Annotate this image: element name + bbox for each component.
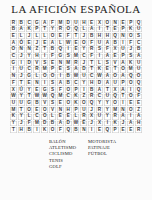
grid-cell[interactable]: E (57, 100, 64, 106)
grid-cell[interactable]: M (57, 94, 64, 100)
grid-cell[interactable]: B (65, 80, 72, 86)
grid-cell[interactable]: Y (96, 100, 103, 106)
grid-cell[interactable]: W (41, 94, 48, 100)
grid-cell[interactable]: G (57, 54, 64, 60)
grid-cell[interactable]: P (112, 127, 119, 133)
grid-cell[interactable]: M (57, 20, 64, 26)
grid-cell[interactable]: F (65, 33, 72, 39)
grid-cell[interactable]: L (41, 33, 48, 39)
grid-cell[interactable]: S (65, 67, 72, 73)
grid-cell[interactable]: E (26, 80, 33, 86)
grid-cell[interactable]: B (49, 47, 56, 53)
grid-cell[interactable]: X (96, 20, 103, 26)
grid-cell[interactable]: N (18, 47, 25, 53)
grid-cell[interactable]: R (88, 47, 95, 53)
grid-cell[interactable]: R (88, 94, 95, 100)
grid-cell[interactable]: E (73, 47, 80, 53)
grid-cell[interactable]: E (49, 60, 56, 66)
grid-cell[interactable]: O (104, 20, 111, 26)
grid-cell[interactable]: N (57, 60, 64, 66)
grid-cell[interactable]: Q (65, 127, 72, 133)
grid-cell[interactable]: W (73, 121, 80, 127)
grid-cell[interactable]: C (33, 114, 40, 120)
grid-cell[interactable]: L (33, 74, 40, 80)
grid-cell[interactable]: F (135, 94, 142, 100)
grid-cell[interactable]: U (112, 80, 119, 86)
grid-cell[interactable]: K (41, 127, 48, 133)
grid-cell[interactable]: A (57, 121, 64, 127)
grid-cell[interactable]: S (127, 54, 134, 60)
word-list-left: BALÓNATLETISMOCICLISMOTENISGOLF (49, 139, 76, 170)
grid-cell[interactable]: J (18, 121, 25, 127)
grid-cell[interactable]: B (49, 121, 56, 127)
grid-cell[interactable]: O (127, 107, 134, 113)
word-search-page: LA AFICIÓN ESPAÑOLA RBCGAFMDUHEXONEPQBAK… (0, 0, 152, 200)
grid-cell[interactable]: T (10, 127, 17, 133)
word-list-item: GOLF (49, 164, 76, 170)
grid-cell[interactable]: V (49, 107, 56, 113)
grid-cell[interactable]: G (10, 60, 17, 66)
grid-cell[interactable]: T (112, 67, 119, 73)
grid-cell[interactable]: T (18, 80, 25, 86)
grid-cell[interactable]: I (120, 100, 127, 106)
grid-cell[interactable]: A (41, 20, 48, 26)
grid-cell[interactable]: A (127, 121, 134, 127)
grid-cell[interactable]: I (57, 74, 64, 80)
grid-cell[interactable]: I (18, 60, 25, 66)
grid-cell[interactable]: K (127, 60, 134, 66)
grid-cell[interactable]: P (73, 107, 80, 113)
grid-cell[interactable]: C (96, 94, 103, 100)
grid-cell[interactable]: E (41, 40, 48, 46)
grid-cell[interactable]: Q (135, 20, 142, 26)
grid-cell[interactable]: E (65, 114, 72, 120)
grid-cell[interactable]: T (120, 94, 127, 100)
grid-cell[interactable]: G (33, 20, 40, 26)
grid-cell[interactable]: Z (135, 107, 142, 113)
grid-cell[interactable]: O (65, 87, 72, 93)
grid-cell[interactable]: Z (33, 47, 40, 53)
grid-cell[interactable]: B (65, 74, 72, 80)
grid-cell[interactable]: O (112, 100, 119, 106)
grid-cell[interactable]: K (73, 100, 80, 106)
grid-cell[interactable]: B (26, 127, 33, 133)
grid-cell[interactable]: E (88, 20, 95, 26)
grid-cell[interactable]: N (33, 80, 40, 86)
grid-cell[interactable]: S (49, 100, 56, 106)
grid-cell[interactable]: U (73, 20, 80, 26)
grid-cell[interactable]: O (49, 127, 56, 133)
grid-cell[interactable]: E (73, 40, 80, 46)
grid-cell[interactable]: S (65, 54, 72, 60)
grid-cell[interactable]: B (10, 27, 17, 33)
grid-cell[interactable]: T (41, 47, 48, 53)
grid-cell[interactable]: U (96, 40, 103, 46)
grid-cell[interactable]: T (26, 94, 33, 100)
grid-cell[interactable]: E (127, 100, 134, 106)
grid-cell[interactable]: U (120, 47, 127, 53)
grid-cell[interactable]: W (65, 40, 72, 46)
grid-cell[interactable]: A (49, 40, 56, 46)
grid-cell[interactable]: I (120, 40, 127, 46)
grid-cell[interactable]: R (10, 20, 17, 26)
grid-cell[interactable]: Ó (18, 40, 25, 46)
grid-cell[interactable]: W (10, 94, 17, 100)
word-list-item: CICLISMO (49, 151, 76, 157)
grid-cell[interactable]: E (120, 20, 127, 26)
grid-cell[interactable]: B (88, 33, 95, 39)
grid-cell[interactable]: Y (18, 114, 25, 120)
grid-cell[interactable]: A (104, 74, 111, 80)
grid-cell[interactable]: X (112, 47, 119, 53)
grid-cell[interactable]: R (96, 107, 103, 113)
grid-cell[interactable]: J (26, 33, 33, 39)
grid-cell[interactable]: F (88, 40, 95, 46)
grid-cell[interactable]: N (112, 20, 119, 26)
grid-cell[interactable]: M (33, 121, 40, 127)
grid-cell[interactable]: U (18, 100, 25, 106)
puzzle-title: LA AFICIÓN ESPAÑOLA (0, 3, 152, 15)
grid-cell[interactable]: Q (112, 94, 119, 100)
grid-cell[interactable]: B (112, 40, 119, 46)
grid-cell[interactable]: H (88, 80, 95, 86)
grid-cell[interactable]: F (104, 47, 111, 53)
grid-cell[interactable]: F (57, 127, 64, 133)
grid-cell[interactable]: F (26, 121, 33, 127)
grid-cell[interactable]: A (135, 114, 142, 120)
grid-cell[interactable]: B (135, 47, 142, 53)
grid-cell[interactable]: T (88, 67, 95, 73)
grid-cell[interactable]: C (88, 74, 95, 80)
grid-cell[interactable]: K (112, 121, 119, 127)
grid-cell[interactable]: H (65, 107, 72, 113)
grid-cell[interactable]: N (120, 107, 127, 113)
grid-cell[interactable]: J (80, 33, 87, 39)
grid-cell[interactable]: Q (112, 33, 119, 39)
grid-cell[interactable]: E (57, 114, 64, 120)
grid-cell[interactable]: Q (135, 87, 142, 93)
word-search-grid: RBCGAFMDUHEXONEPQBAKPTYROQLAITEPKUELJLLO… (10, 20, 142, 133)
grid-cell[interactable]: Y (49, 27, 56, 33)
grid-cell[interactable]: J (18, 54, 25, 60)
grid-cell[interactable]: A (96, 87, 103, 93)
grid-cell[interactable]: E (96, 127, 103, 133)
grid-cell[interactable]: W (33, 94, 40, 100)
grid-cell[interactable]: F (10, 80, 17, 86)
grid-cell[interactable]: A (73, 67, 80, 73)
grid-cell[interactable]: T (88, 60, 95, 66)
grid-cell[interactable]: Y (104, 114, 111, 120)
grid-cell[interactable]: L (18, 33, 25, 39)
grid-cell[interactable]: V (41, 100, 48, 106)
grid-cell[interactable]: Q (135, 80, 142, 86)
grid-cell[interactable]: I (96, 27, 103, 33)
grid-cell[interactable]: Y (104, 100, 111, 106)
grid-cell[interactable]: O (127, 80, 134, 86)
grid-cell[interactable]: N (10, 74, 17, 80)
grid-cell[interactable]: Z (80, 94, 87, 100)
grid-cell[interactable]: O (80, 100, 87, 106)
grid-cell[interactable]: A (120, 114, 127, 120)
grid-cell[interactable]: H (18, 127, 25, 133)
grid-cell[interactable]: O (127, 94, 134, 100)
grid-cell[interactable]: S (104, 60, 111, 66)
grid-cell[interactable]: E (135, 100, 142, 106)
grid-cell[interactable]: V (33, 60, 40, 66)
grid-cell[interactable]: Y (80, 47, 87, 53)
grid-cell[interactable]: L (73, 114, 80, 120)
grid-cell[interactable]: L (80, 27, 87, 33)
grid-cell[interactable]: J (33, 40, 40, 46)
grid-cell[interactable]: N (26, 47, 33, 53)
grid-cell[interactable]: W (73, 74, 80, 80)
grid-cell[interactable]: A (88, 27, 95, 33)
grid-cell[interactable]: C (80, 54, 87, 60)
grid-cell[interactable]: P (120, 54, 127, 60)
grid-cell[interactable]: Q (49, 94, 56, 100)
word-list-right: MOTORISTAPATINAJEFÚTBOL (88, 139, 116, 158)
grid-cell[interactable]: A (18, 27, 25, 33)
grid-cell[interactable]: E (127, 127, 134, 133)
grid-cell[interactable]: I (127, 87, 134, 93)
grid-cell[interactable]: E (33, 107, 40, 113)
grid-cell[interactable]: N (57, 107, 64, 113)
grid-cell[interactable]: T (73, 33, 80, 39)
grid-cell[interactable]: Q (127, 74, 134, 80)
grid-cell[interactable]: L (49, 114, 56, 120)
grid-cell[interactable]: A (104, 80, 111, 86)
grid-cell[interactable]: U (18, 67, 25, 73)
grid-cell[interactable]: P (73, 87, 80, 93)
grid-cell[interactable]: E (26, 40, 33, 46)
grid-cell[interactable]: S (135, 33, 142, 39)
grid-cell[interactable]: J (127, 47, 134, 53)
grid-cell[interactable]: J (88, 107, 95, 113)
grid-cell[interactable]: J (88, 121, 95, 127)
grid-cell[interactable]: U (135, 27, 142, 33)
grid-cell[interactable]: F (88, 54, 95, 60)
grid-cell[interactable]: C (135, 40, 142, 46)
grid-cell[interactable]: E (33, 87, 40, 93)
grid-cell[interactable]: C (26, 20, 33, 26)
grid-cell[interactable]: I (65, 47, 72, 53)
grid-cell[interactable]: W (96, 74, 103, 80)
grid-cell[interactable]: O (65, 100, 72, 106)
grid-cell[interactable]: K (127, 27, 134, 33)
grid-cell[interactable]: A (120, 87, 127, 93)
grid-cell[interactable]: U (104, 94, 111, 100)
grid-cell[interactable]: B (73, 127, 80, 133)
grid-cell[interactable]: U (96, 114, 103, 120)
grid-cell[interactable]: Y (10, 121, 17, 127)
grid-cell[interactable]: S (96, 47, 103, 53)
grid-cell[interactable]: S (41, 60, 48, 66)
grid-cell[interactable]: O (10, 47, 17, 53)
grid-cell[interactable]: D (26, 60, 33, 66)
grid-cell[interactable]: E (10, 33, 17, 39)
grid-cell[interactable]: P (120, 27, 127, 33)
grid-cell[interactable]: Q (88, 100, 95, 106)
grid-cell[interactable]: O (49, 33, 56, 39)
grid-cell[interactable]: O (127, 33, 134, 39)
grid-cell[interactable]: I (41, 54, 48, 60)
grid-cell[interactable]: D (65, 121, 72, 127)
grid-cell[interactable]: L (57, 40, 64, 46)
grid-cell[interactable]: X (10, 87, 17, 93)
grid-cell[interactable]: Y (104, 107, 111, 113)
grid-cell[interactable]: Y (26, 87, 33, 93)
grid-cell[interactable]: Q (104, 127, 111, 133)
grid-cell[interactable]: H (80, 20, 87, 26)
grid-cell[interactable]: R (73, 60, 80, 66)
grid-cell[interactable]: É (80, 121, 87, 127)
grid-cell[interactable]: D (41, 121, 48, 127)
grid-cell[interactable]: V (112, 60, 119, 66)
grid-cell[interactable]: B (88, 87, 95, 93)
grid-cell[interactable]: M (65, 60, 72, 66)
grid-cell[interactable]: Ú (18, 87, 25, 93)
grid-cell[interactable]: U (80, 107, 87, 113)
grid-cell[interactable]: G (26, 74, 33, 80)
grid-cell[interactable]: Q (73, 27, 80, 33)
grid-cell[interactable]: E (57, 67, 64, 73)
grid-cell[interactable]: E (57, 33, 64, 39)
grid-cell[interactable]: F (127, 40, 134, 46)
grid-cell[interactable]: E (104, 67, 111, 73)
grid-cell[interactable]: A (135, 54, 142, 60)
grid-cell[interactable]: P (49, 67, 56, 73)
grid-cell[interactable]: K (10, 114, 17, 120)
grid-cell[interactable]: K (96, 67, 103, 73)
grid-cell[interactable]: I (41, 80, 48, 86)
grid-cell[interactable]: A (120, 60, 127, 66)
grid-cell[interactable]: E (112, 27, 119, 33)
grid-cell[interactable]: O (49, 74, 56, 80)
grid-cell[interactable]: J (120, 121, 127, 127)
grid-cell[interactable]: X (96, 121, 103, 127)
grid-cell[interactable]: U (80, 74, 87, 80)
grid-cell[interactable]: I (127, 114, 134, 120)
grid-cell[interactable]: L (96, 60, 103, 66)
grid-cell[interactable]: O (112, 74, 119, 80)
grid-cell[interactable]: J (18, 74, 25, 80)
grid-cell[interactable]: R (33, 67, 40, 73)
grid-cell[interactable]: A (104, 40, 111, 46)
grid-cell[interactable]: M (73, 54, 80, 60)
grid-cell[interactable]: R (57, 27, 64, 33)
grid-cell[interactable]: R (112, 114, 119, 120)
grid-cell[interactable]: I (88, 127, 95, 133)
grid-cell[interactable]: B (33, 100, 40, 106)
grid-cell[interactable]: M (10, 107, 17, 113)
grid-cell[interactable]: C (65, 94, 72, 100)
grid-cell[interactable]: N (80, 127, 87, 133)
grid-cell[interactable]: I (104, 121, 111, 127)
grid-cell[interactable]: T (18, 107, 25, 113)
grid-cell[interactable]: X (88, 114, 95, 120)
grid-cell[interactable]: O (135, 74, 142, 80)
grid-cell[interactable]: D (65, 20, 72, 26)
grid-cell[interactable]: K (73, 94, 80, 100)
grid-cell[interactable]: R (80, 114, 87, 120)
grid-cell[interactable]: L (33, 33, 40, 39)
grid-cell[interactable]: A (120, 74, 127, 80)
grid-cell[interactable]: D (96, 80, 103, 86)
grid-cell[interactable]: P (127, 20, 134, 26)
grid-cell[interactable]: K (26, 27, 33, 33)
grid-cell[interactable]: Y (18, 94, 25, 100)
grid-cell[interactable]: E (112, 54, 119, 60)
grid-cell[interactable]: U (10, 100, 17, 106)
grid-cell[interactable]: N (120, 33, 127, 39)
grid-cell[interactable]: X (112, 87, 119, 93)
grid-cell[interactable]: I (33, 127, 40, 133)
word-list-item: FÚTBOL (88, 151, 116, 157)
grid-cell[interactable]: S (49, 80, 56, 86)
grid-cell[interactable]: G (26, 100, 33, 106)
grid-cell[interactable]: O (120, 67, 127, 73)
grid-cell[interactable]: U (135, 60, 142, 66)
grid-cell[interactable]: A (104, 54, 111, 60)
grid-cell[interactable]: O (41, 107, 48, 113)
grid-cell[interactable]: O (41, 74, 48, 80)
grid-cell[interactable]: I (96, 54, 103, 60)
grid-cell[interactable]: O (65, 27, 72, 33)
grid-cell[interactable]: H (33, 54, 40, 60)
grid-cell[interactable]: Y (80, 80, 87, 86)
grid-cell[interactable]: M (41, 67, 48, 73)
grid-cell[interactable]: I (80, 87, 87, 93)
grid-cell[interactable]: H (96, 33, 103, 39)
grid-cell[interactable]: M (127, 67, 134, 73)
grid-cell[interactable]: C (73, 80, 80, 86)
grid-cell[interactable]: U (135, 67, 142, 73)
grid-cell[interactable]: R (135, 127, 142, 133)
grid-cell[interactable]: G (41, 87, 48, 93)
grid-cell[interactable]: B (18, 20, 25, 26)
grid-cell[interactable]: J (80, 60, 87, 66)
grid-cell[interactable]: A (10, 40, 17, 46)
grid-cell[interactable]: T (41, 27, 48, 33)
grid-cell[interactable]: T (104, 87, 111, 93)
grid-cell[interactable]: Q (57, 47, 64, 53)
grid-cell[interactable]: F (49, 54, 56, 60)
grid-cell[interactable]: O (80, 40, 87, 46)
grid-cell[interactable]: C (10, 54, 17, 60)
grid-cell[interactable]: P (120, 80, 127, 86)
grid-cell[interactable]: M (112, 107, 119, 113)
grid-cell[interactable]: H (135, 121, 142, 127)
grid-cell[interactable]: Y (26, 54, 33, 60)
grid-cell[interactable]: O (41, 114, 48, 120)
grid-cell[interactable]: D (80, 67, 87, 73)
grid-cell[interactable]: T (104, 27, 111, 33)
grid-cell[interactable]: P (33, 27, 40, 33)
grid-cell[interactable]: S (49, 87, 56, 93)
grid-cell[interactable]: I (10, 67, 17, 73)
grid-cell[interactable]: L (26, 114, 33, 120)
grid-cell[interactable]: A (57, 80, 64, 86)
grid-cell[interactable]: C (26, 67, 33, 73)
grid-cell[interactable]: F (49, 20, 56, 26)
grid-cell[interactable]: H (104, 33, 111, 39)
grid-cell[interactable]: E (120, 127, 127, 133)
grid-cell[interactable]: O (26, 107, 33, 113)
grid-cell[interactable]: F (57, 87, 64, 93)
